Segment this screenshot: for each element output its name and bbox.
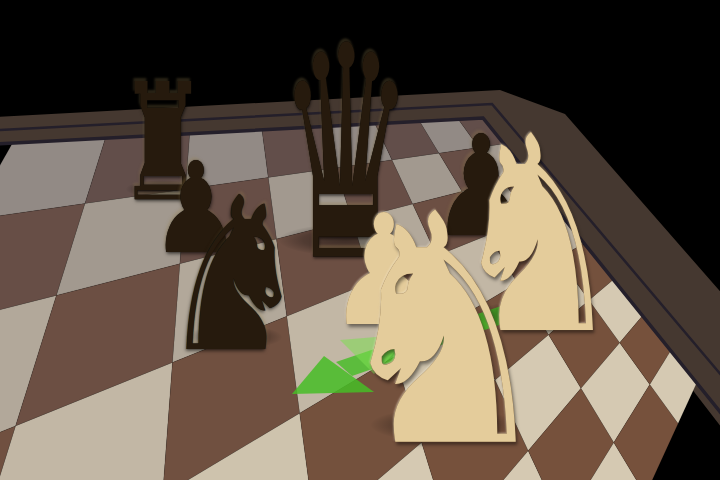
chess-scene: ♜♟♛♟♞♟♞♞	[0, 0, 720, 480]
white-piece-glyph: ♞	[329, 174, 557, 480]
black-piece-glyph: ♞	[160, 170, 308, 382]
